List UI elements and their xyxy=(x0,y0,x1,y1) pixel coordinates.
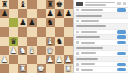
white-rook[interactable]: ♜ xyxy=(64,64,73,73)
row-text xyxy=(81,42,95,44)
square-d6[interactable]: ♟ xyxy=(27,18,36,27)
square-a1[interactable] xyxy=(0,64,9,73)
square-h6[interactable] xyxy=(64,18,73,27)
square-d8[interactable] xyxy=(27,0,36,9)
square-c5[interactable] xyxy=(18,27,27,36)
square-e5[interactable] xyxy=(37,27,46,36)
square-g1[interactable] xyxy=(55,64,64,73)
square-b7[interactable] xyxy=(9,9,18,18)
square-b1[interactable] xyxy=(9,64,18,73)
square-b6[interactable] xyxy=(9,18,18,27)
white-pawn[interactable]: ♟ xyxy=(0,55,9,64)
white-pawn[interactable]: ♟ xyxy=(55,55,64,64)
action-chip[interactable] xyxy=(117,41,126,45)
square-d4[interactable] xyxy=(27,37,36,46)
bullet-icon xyxy=(76,20,79,23)
sidebar-row-list xyxy=(74,8,128,73)
white-pawn[interactable]: ♟ xyxy=(46,55,55,64)
square-f2[interactable]: ♟ xyxy=(46,55,55,64)
white-pawn[interactable]: ♟ xyxy=(64,55,73,64)
black-pawn[interactable]: ♟ xyxy=(55,9,64,18)
chess-analysis-app: ♜♝♜♚♟♟♟♟♟♟♞♛♝♞♟♞♝♛♟♟♟♟♜♚♜ xyxy=(0,0,128,73)
black-pawn[interactable]: ♟ xyxy=(27,18,36,27)
action-chip[interactable] xyxy=(117,8,126,12)
white-bishop[interactable]: ♝ xyxy=(46,37,55,46)
row-text xyxy=(81,63,95,65)
action-chip[interactable] xyxy=(117,30,126,34)
analysis-sidebar xyxy=(73,0,128,73)
black-pawn[interactable]: ♟ xyxy=(64,9,73,18)
square-d5[interactable] xyxy=(27,27,36,36)
row-text xyxy=(81,52,96,54)
bullet-icon xyxy=(76,9,79,12)
square-c4[interactable] xyxy=(18,37,27,46)
white-pawn[interactable]: ♟ xyxy=(9,46,18,55)
black-knight[interactable]: ♞ xyxy=(55,37,64,46)
square-g5[interactable] xyxy=(55,27,64,36)
square-f6[interactable]: ♞ xyxy=(46,18,55,27)
bullet-icon xyxy=(76,63,79,66)
square-g3[interactable] xyxy=(55,46,64,55)
square-h2[interactable]: ♟ xyxy=(64,55,73,64)
black-queen[interactable]: ♛ xyxy=(9,37,18,46)
row-text xyxy=(81,69,93,71)
row-text xyxy=(81,31,97,33)
white-king[interactable]: ♚ xyxy=(37,64,46,73)
row-text xyxy=(81,9,103,11)
row-text xyxy=(76,58,98,60)
row-text xyxy=(76,25,106,27)
square-e3[interactable] xyxy=(37,46,46,55)
square-e6[interactable] xyxy=(37,18,46,27)
square-f5[interactable] xyxy=(46,27,55,36)
row-text xyxy=(81,20,99,22)
bullet-icon xyxy=(76,31,79,34)
square-e7[interactable] xyxy=(37,9,46,18)
square-a6[interactable] xyxy=(0,18,9,27)
square-d2[interactable] xyxy=(27,55,36,64)
row-text xyxy=(76,15,102,17)
square-f7[interactable]: ♟ xyxy=(46,9,55,18)
square-a4[interactable] xyxy=(0,37,9,46)
square-f1[interactable] xyxy=(46,64,55,73)
square-g8[interactable]: ♚ xyxy=(55,0,64,9)
square-e1[interactable]: ♚ xyxy=(37,64,46,73)
header-text-line xyxy=(85,2,115,4)
square-e8[interactable] xyxy=(37,0,46,9)
square-b2[interactable] xyxy=(9,55,18,64)
square-g2[interactable]: ♟ xyxy=(55,55,64,64)
black-pawn[interactable]: ♟ xyxy=(18,18,27,27)
square-e2[interactable] xyxy=(37,55,46,64)
sidebar-header-text xyxy=(85,2,115,6)
square-d3[interactable]: ♝ xyxy=(27,46,36,55)
square-g6[interactable] xyxy=(55,18,64,27)
close-icon[interactable] xyxy=(123,2,127,6)
square-h8[interactable] xyxy=(64,0,73,9)
white-rook[interactable]: ♜ xyxy=(18,64,27,73)
black-pawn[interactable]: ♟ xyxy=(46,9,55,18)
square-c1[interactable]: ♜ xyxy=(18,64,27,73)
black-king[interactable]: ♚ xyxy=(55,0,64,9)
bullet-icon xyxy=(76,68,79,71)
square-b4[interactable]: ♛ xyxy=(9,37,18,46)
square-a3[interactable] xyxy=(0,46,9,55)
square-c3[interactable]: ♞ xyxy=(18,46,27,55)
header-text-line xyxy=(85,4,106,6)
bullet-icon xyxy=(76,52,79,55)
square-h7[interactable]: ♟ xyxy=(64,9,73,18)
action-chip[interactable] xyxy=(117,63,126,67)
list-item[interactable] xyxy=(74,67,128,72)
square-d7[interactable] xyxy=(27,9,36,18)
square-f4[interactable]: ♝ xyxy=(46,37,55,46)
black-pawn[interactable]: ♟ xyxy=(0,9,9,18)
square-b3[interactable]: ♟ xyxy=(9,46,18,55)
action-chip[interactable] xyxy=(117,35,126,39)
black-knight[interactable]: ♞ xyxy=(46,18,55,27)
white-queen[interactable]: ♛ xyxy=(46,46,55,55)
chess-board[interactable]: ♜♝♜♚♟♟♟♟♟♟♞♛♝♞♟♞♝♛♟♟♟♟♜♚♜ xyxy=(0,0,73,73)
square-d1[interactable] xyxy=(27,64,36,73)
black-rook[interactable]: ♜ xyxy=(0,0,9,9)
square-g4[interactable]: ♞ xyxy=(55,37,64,46)
square-b8[interactable] xyxy=(9,0,18,9)
square-f8[interactable]: ♜ xyxy=(46,0,55,9)
black-rook[interactable]: ♜ xyxy=(46,0,55,9)
square-f3[interactable]: ♛ xyxy=(46,46,55,55)
square-c7[interactable] xyxy=(18,9,27,18)
bullet-icon xyxy=(76,41,79,44)
square-h1[interactable]: ♜ xyxy=(64,64,73,73)
square-a8[interactable]: ♜ xyxy=(0,0,9,9)
square-b5[interactable] xyxy=(9,27,18,36)
square-g7[interactable]: ♟ xyxy=(55,9,64,18)
square-a5[interactable] xyxy=(0,27,9,36)
square-h5[interactable] xyxy=(64,27,73,36)
sidebar-header xyxy=(74,0,128,8)
settings-icon[interactable] xyxy=(117,2,121,6)
white-bishop[interactable]: ♝ xyxy=(27,46,36,55)
square-c2[interactable] xyxy=(18,55,27,64)
action-chip[interactable] xyxy=(117,52,126,56)
square-e4[interactable] xyxy=(37,37,46,46)
square-h4[interactable] xyxy=(64,37,73,46)
black-bishop[interactable]: ♝ xyxy=(18,0,27,9)
square-h3[interactable] xyxy=(64,46,73,55)
white-knight[interactable]: ♞ xyxy=(18,46,27,55)
square-a2[interactable]: ♟ xyxy=(0,55,9,64)
panel-handle-icon[interactable] xyxy=(76,2,83,6)
row-text xyxy=(76,47,103,49)
row-text xyxy=(76,36,100,38)
square-c6[interactable]: ♟ xyxy=(18,18,27,27)
square-c8[interactable]: ♝ xyxy=(18,0,27,9)
square-a7[interactable]: ♟ xyxy=(0,9,9,18)
action-chip[interactable] xyxy=(117,68,126,72)
